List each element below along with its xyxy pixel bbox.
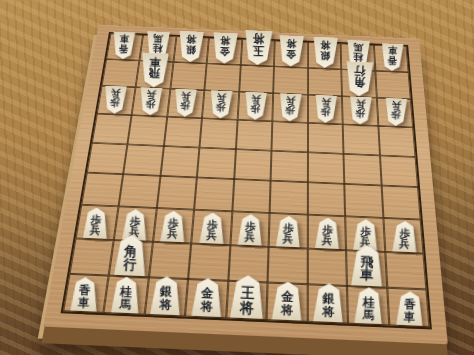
board-perspective-wrapper: 香車桂馬銀将金将玉将金将銀将桂馬香車飛車角行歩兵歩兵歩兵歩兵歩兵歩兵歩兵歩兵歩兵… <box>43 25 447 345</box>
square-5d[interactable] <box>236 120 273 151</box>
square-1g[interactable]: 歩兵 <box>383 218 423 254</box>
piece-face: 銀将 <box>312 36 338 68</box>
square-9f[interactable] <box>81 173 123 207</box>
square-2d[interactable] <box>343 124 380 155</box>
kanji-char: 兵 <box>251 93 261 103</box>
piece-pawn-sente[interactable]: 歩兵 <box>276 216 302 248</box>
kanji-char: 兵 <box>356 98 366 108</box>
kanji-char: 車 <box>404 311 415 323</box>
kanji-char: 金 <box>286 48 297 59</box>
square-1i[interactable]: 香車 <box>387 288 430 327</box>
piece-face: 金将 <box>279 35 305 67</box>
piece-face: 香車 <box>112 31 136 59</box>
piece-knight-sente[interactable]: 桂馬 <box>110 276 140 313</box>
piece-lance-sente[interactable]: 香車 <box>70 277 99 312</box>
square-7a[interactable]: 銀将 <box>173 36 209 63</box>
kanji-char: 車 <box>149 56 161 68</box>
piece-face: 金将 <box>211 32 237 64</box>
square-6c[interactable]: 歩兵 <box>202 90 239 119</box>
kanji-char: 馬 <box>153 34 163 44</box>
piece-king-sente[interactable]: 王将 <box>230 275 265 319</box>
piece-face: 歩兵 <box>314 94 337 123</box>
square-4d[interactable] <box>272 121 308 152</box>
kanji-char: 将 <box>253 33 265 45</box>
piece-face: 角行 <box>346 61 374 96</box>
kanji-char: 兵 <box>322 236 333 248</box>
square-6f[interactable] <box>194 178 234 212</box>
piece-bishop-gote[interactable]: 角行 <box>346 61 374 96</box>
square-1b[interactable] <box>375 71 411 99</box>
piece-pawn-gote[interactable]: 歩兵 <box>244 91 267 120</box>
piece-face: 歩兵 <box>139 87 163 116</box>
square-7h[interactable] <box>149 242 192 279</box>
piece-pawn-sente[interactable]: 歩兵 <box>392 221 417 253</box>
piece-face: 歩兵 <box>384 98 407 127</box>
square-6h[interactable] <box>188 244 230 281</box>
kanji-char: 兵 <box>206 231 217 243</box>
piece-face: 桂馬 <box>110 276 140 313</box>
piece-silver-sente[interactable]: 銀将 <box>150 276 182 316</box>
piece-face: 飛車 <box>140 52 169 87</box>
piece-silver-gote[interactable]: 銀将 <box>178 31 204 63</box>
square-1a[interactable]: 香車 <box>374 45 409 72</box>
square-7f[interactable] <box>157 176 197 210</box>
kanji-char: 金 <box>282 290 295 303</box>
kanji-char: 将 <box>200 300 213 313</box>
square-6e[interactable] <box>197 147 236 179</box>
piece-rook-gote[interactable]: 飛車 <box>140 52 169 87</box>
square-9i[interactable]: 香車 <box>63 274 109 313</box>
square-6a[interactable]: 金将 <box>207 38 242 65</box>
square-3h[interactable] <box>307 249 347 286</box>
kanji-char: 将 <box>159 298 172 311</box>
piece-king-gote[interactable]: 玉将 <box>244 30 273 66</box>
kanji-char: 将 <box>186 34 197 45</box>
square-7b[interactable] <box>170 62 207 90</box>
kanji-char: 香 <box>119 43 129 53</box>
square-4i[interactable]: 金将 <box>267 283 308 322</box>
square-6b[interactable] <box>205 63 241 91</box>
piece-knight-sente[interactable]: 桂馬 <box>354 287 383 324</box>
kanji-char: 兵 <box>90 226 101 238</box>
piece-gold-sente[interactable]: 金将 <box>272 281 304 321</box>
piece-face: 金将 <box>191 277 223 317</box>
square-5e[interactable] <box>234 149 272 181</box>
piece-pawn-gote[interactable]: 歩兵 <box>174 88 198 117</box>
kanji-char: 車 <box>360 268 373 282</box>
square-9h[interactable] <box>69 239 114 276</box>
square-2f[interactable] <box>344 184 383 218</box>
kanji-char: 兵 <box>146 89 156 99</box>
square-2e[interactable] <box>344 153 382 185</box>
piece-pawn-gote[interactable]: 歩兵 <box>384 98 407 127</box>
square-5b[interactable] <box>239 65 274 93</box>
square-4g[interactable]: 歩兵 <box>269 213 308 249</box>
square-8i[interactable]: 桂馬 <box>104 276 149 315</box>
piece-face: 歩兵 <box>349 96 372 125</box>
square-1c[interactable]: 歩兵 <box>376 98 413 128</box>
square-9e[interactable] <box>87 142 128 174</box>
piece-gold-sente[interactable]: 金将 <box>191 277 223 317</box>
piece-face: 銀将 <box>178 31 204 63</box>
kanji-char: 兵 <box>111 87 121 97</box>
square-9d[interactable] <box>92 113 132 144</box>
piece-pawn-gote[interactable]: 歩兵 <box>139 87 163 116</box>
square-1d[interactable] <box>378 126 416 157</box>
piece-face: 歩兵 <box>244 91 267 120</box>
piece-face: 歩兵 <box>392 221 417 253</box>
piece-face: 歩兵 <box>276 216 302 248</box>
kanji-char: 兵 <box>283 234 294 246</box>
piece-face: 銀将 <box>150 276 182 316</box>
kanji-char: 金 <box>219 45 230 56</box>
piece-pawn-gote[interactable]: 歩兵 <box>104 85 128 114</box>
piece-face: 歩兵 <box>160 211 186 243</box>
kanji-char: 兵 <box>321 96 331 106</box>
square-9a[interactable]: 香車 <box>106 34 143 61</box>
piece-lance-gote[interactable]: 香車 <box>112 31 136 59</box>
kanji-char: 金 <box>200 287 213 300</box>
square-3g[interactable]: 歩兵 <box>307 215 346 251</box>
piece-face: 歩兵 <box>237 214 263 246</box>
piece-face: 歩兵 <box>83 207 109 239</box>
square-6d[interactable] <box>200 118 238 149</box>
kanji-char: 兵 <box>286 95 296 105</box>
kanji-char: 兵 <box>399 239 410 251</box>
piece-face: 玉将 <box>244 30 273 66</box>
kanji-char: 角 <box>354 76 366 88</box>
square-3f[interactable] <box>308 183 346 217</box>
square-8c[interactable]: 歩兵 <box>132 87 170 116</box>
shogi-photo-scene: 香車桂馬銀将金将玉将金将銀将桂馬香車飛車角行歩兵歩兵歩兵歩兵歩兵歩兵歩兵歩兵歩兵… <box>0 0 474 355</box>
piece-face: 歩兵 <box>104 85 128 114</box>
piece-face: 香車 <box>70 277 99 312</box>
piece-gold-gote[interactable]: 金将 <box>211 32 237 64</box>
square-3c[interactable]: 歩兵 <box>308 95 343 125</box>
kanji-char: 兵 <box>181 90 191 100</box>
shogi-board: 香車桂馬銀将金将玉将金将銀将桂馬香車飛車角行歩兵歩兵歩兵歩兵歩兵歩兵歩兵歩兵歩兵… <box>43 25 447 345</box>
kanji-char: 将 <box>287 38 298 49</box>
square-5i[interactable]: 王将 <box>226 281 268 320</box>
kanji-char: 銀 <box>320 50 330 61</box>
square-6g[interactable]: 歩兵 <box>191 210 232 245</box>
piece-pawn-gote[interactable]: 歩兵 <box>314 94 337 123</box>
kanji-char: 将 <box>281 303 294 316</box>
kanji-char: 香 <box>387 55 396 65</box>
square-8f[interactable] <box>119 175 160 209</box>
piece-face: 歩兵 <box>315 217 340 249</box>
piece-face: 歩兵 <box>209 90 232 119</box>
square-6i[interactable]: 金将 <box>185 279 228 318</box>
kanji-char: 玉 <box>252 45 264 57</box>
piece-face: 銀将 <box>313 283 344 323</box>
square-8h[interactable]: 角行 <box>109 240 153 277</box>
kanji-char: 車 <box>388 45 397 55</box>
kanji-char: 馬 <box>119 297 131 310</box>
kanji-char: 将 <box>322 305 335 318</box>
kanji-char: 王 <box>240 285 255 300</box>
piece-face: 歩兵 <box>279 93 302 122</box>
square-5g[interactable]: 歩兵 <box>230 212 270 247</box>
square-4f[interactable] <box>270 181 308 215</box>
square-8e[interactable] <box>124 144 164 176</box>
square-4a[interactable]: 金将 <box>274 41 308 68</box>
piece-pawn-sente[interactable]: 歩兵 <box>199 212 225 244</box>
piece-silver-gote[interactable]: 銀将 <box>312 36 338 68</box>
kanji-char: 馬 <box>354 42 364 52</box>
square-2c[interactable]: 歩兵 <box>342 96 378 126</box>
square-3b[interactable] <box>308 68 342 96</box>
square-9c[interactable]: 歩兵 <box>97 86 136 115</box>
square-3i[interactable]: 銀将 <box>307 284 348 323</box>
kanji-char: 兵 <box>216 92 226 102</box>
piece-face: 飛車 <box>351 245 384 287</box>
kanji-char: 銀 <box>186 44 197 55</box>
square-1h[interactable] <box>385 252 427 289</box>
piece-pawn-sente[interactable]: 歩兵 <box>315 217 340 249</box>
square-2h[interactable]: 飛車 <box>346 250 387 287</box>
square-5f[interactable] <box>232 179 271 213</box>
piece-pawn-gote[interactable]: 歩兵 <box>279 93 302 122</box>
piece-face: 香車 <box>381 43 404 71</box>
square-7e[interactable] <box>160 146 199 178</box>
kanji-char: 車 <box>78 297 90 309</box>
square-8d[interactable] <box>128 115 167 146</box>
kanji-char: 兵 <box>167 229 178 241</box>
kanji-char: 飛 <box>148 67 160 79</box>
square-1e[interactable] <box>380 155 418 187</box>
square-2b[interactable]: 角行 <box>341 69 376 97</box>
square-9b[interactable] <box>102 59 140 87</box>
square-2i[interactable]: 桂馬 <box>347 286 389 325</box>
square-7g[interactable]: 歩兵 <box>153 208 195 243</box>
kanji-char: 兵 <box>244 232 255 244</box>
square-4h[interactable] <box>268 247 308 284</box>
piece-pawn-sente[interactable]: 歩兵 <box>83 207 109 239</box>
square-3d[interactable] <box>308 123 344 154</box>
piece-gold-gote[interactable]: 金将 <box>279 35 305 67</box>
piece-face: 金将 <box>272 281 304 321</box>
piece-face: 王将 <box>230 275 265 319</box>
piece-face: 歩兵 <box>174 88 198 117</box>
piece-face: 歩兵 <box>199 212 225 244</box>
square-7d[interactable] <box>164 116 202 147</box>
square-4b[interactable] <box>273 66 307 94</box>
kanji-char: 行 <box>354 65 366 77</box>
square-3a[interactable]: 銀将 <box>308 42 342 69</box>
kanji-char: 兵 <box>391 99 401 109</box>
square-7c[interactable]: 歩兵 <box>167 89 205 118</box>
square-8b[interactable]: 飛車 <box>136 60 173 88</box>
piece-rook-sente[interactable]: 飛車 <box>351 245 384 287</box>
square-4e[interactable] <box>271 150 308 182</box>
piece-silver-sente[interactable]: 銀将 <box>313 283 344 323</box>
piece-face: 桂馬 <box>354 287 383 324</box>
kanji-char: 将 <box>220 35 231 46</box>
piece-pawn-sente[interactable]: 歩兵 <box>160 211 186 243</box>
square-7i[interactable]: 銀将 <box>145 277 189 316</box>
kanji-char: 行 <box>123 258 137 272</box>
square-1f[interactable] <box>381 186 420 220</box>
piece-face: 角行 <box>113 234 147 276</box>
square-4c[interactable]: 歩兵 <box>273 93 308 123</box>
piece-pawn-sente[interactable]: 歩兵 <box>237 214 263 246</box>
piece-lance-sente[interactable]: 香車 <box>396 291 424 326</box>
piece-face: 香車 <box>396 291 424 326</box>
square-5a[interactable]: 玉将 <box>241 39 275 66</box>
kanji-char: 車 <box>119 34 129 44</box>
square-5c[interactable]: 歩兵 <box>237 92 273 121</box>
board-grid: 香車桂馬銀将金将玉将金将銀将桂馬香車飛車角行歩兵歩兵歩兵歩兵歩兵歩兵歩兵歩兵歩兵… <box>61 32 432 329</box>
piece-bishop-sente[interactable]: 角行 <box>113 234 147 276</box>
piece-lance-gote[interactable]: 香車 <box>381 43 404 71</box>
piece-pawn-gote[interactable]: 歩兵 <box>349 96 372 125</box>
square-3e[interactable] <box>308 152 345 184</box>
kanji-char: 馬 <box>363 308 375 321</box>
square-9g[interactable]: 歩兵 <box>76 205 119 240</box>
piece-pawn-gote[interactable]: 歩兵 <box>209 90 232 119</box>
kanji-char: 将 <box>240 299 255 314</box>
kanji-char: 将 <box>320 40 330 51</box>
